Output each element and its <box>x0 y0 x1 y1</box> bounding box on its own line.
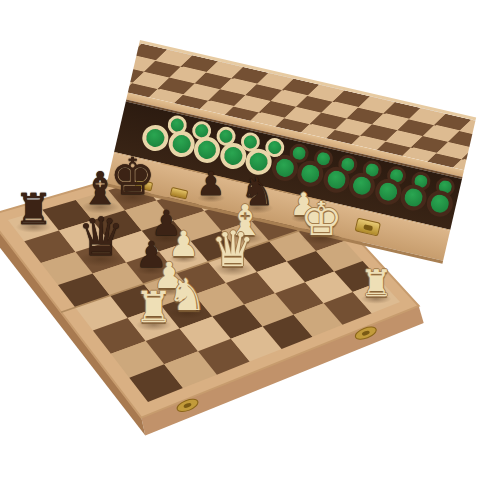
piece-white-king-h4[interactable]: ♚ <box>301 196 343 243</box>
piece-white-knight-c3[interactable]: ♞ <box>167 273 206 317</box>
piece-black-rook-a8[interactable]: ♜ <box>14 188 53 231</box>
piece-white-queen-e4[interactable]: ♛ <box>211 225 255 274</box>
clasp-icon[interactable] <box>354 218 381 237</box>
piece-black-pawn-f7[interactable]: ♟ <box>196 168 225 201</box>
product-photo-scene: ♚♟♝♞♟♜♟♝♚♟♛♛♟♟♜♞♜ <box>0 0 500 500</box>
piece-black-bishop-c8[interactable]: ♝ <box>80 166 121 212</box>
piece-white-rook-h1[interactable]: ♜ <box>360 266 393 302</box>
piece-white-rook-b3[interactable]: ♜ <box>134 286 173 329</box>
piece-black-queen-b6[interactable]: ♛ <box>77 212 125 265</box>
hinge-icon <box>170 187 189 200</box>
clasp-keeper <box>363 224 373 231</box>
